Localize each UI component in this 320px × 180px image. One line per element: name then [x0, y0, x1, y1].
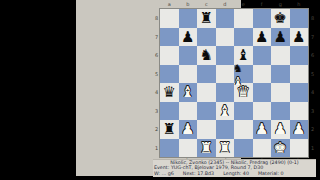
square-a3: [160, 102, 179, 121]
square-d3: ♝: [216, 102, 235, 121]
square-f7: ♟: [253, 28, 272, 47]
square-d7: [216, 28, 235, 47]
square-c6: ♞: [197, 46, 216, 65]
square-c7: [197, 28, 216, 47]
rank-labels-right: 87654321: [309, 9, 316, 157]
piece-black-rook: ♜: [163, 120, 176, 139]
file-labels-top: abcdefgh: [160, 1, 308, 8]
rank-label-3: 3: [309, 102, 316, 121]
file-label-f: f: [253, 1, 272, 8]
square-h1: [290, 139, 309, 158]
square-d1: ♜: [216, 139, 235, 158]
square-h8: [290, 9, 309, 28]
square-a2: ♜: [160, 120, 179, 139]
rank-label-7: 7: [153, 28, 160, 47]
piece-black-rook: ♜: [200, 9, 213, 28]
square-b2: ♟: [179, 120, 198, 139]
square-h2: ♟: [290, 120, 309, 139]
game-caption: Nikolic, Zvonko (2345) -- Nikolic, Predr…: [153, 159, 316, 177]
square-b1: [179, 139, 198, 158]
square-b5: [179, 65, 198, 84]
square-d5: [216, 65, 235, 84]
piece-white-bishop: ♝: [181, 83, 194, 102]
tray-piece-white-bishop: ♝: [233, 75, 247, 88]
material-label: Material: 0: [258, 171, 284, 176]
square-b3: [179, 102, 198, 121]
board-panel: abcdefgh abcdefgh 87654321 87654321 ♜♚♟♟…: [76, 0, 241, 176]
file-label-a: a: [160, 1, 179, 8]
square-d4: [216, 83, 235, 102]
rank-labels-left: 87654321: [153, 9, 160, 157]
square-h3: [290, 102, 309, 121]
material-tray: ♞♝: [233, 62, 247, 88]
tray-piece-black-knight: ♞: [233, 62, 247, 75]
square-g2: ♟: [271, 120, 290, 139]
piece-white-king: ♚: [274, 138, 287, 157]
rank-label-6: 6: [309, 46, 316, 65]
square-e8: [234, 9, 253, 28]
square-b7: ♟: [179, 28, 198, 47]
rank-label-4: 4: [309, 83, 316, 102]
piece-white-pawn: ♟: [181, 120, 194, 139]
length-label: Length: 40: [223, 171, 249, 176]
piece-black-king: ♚: [274, 9, 287, 28]
square-b4: ♝: [179, 83, 198, 102]
square-e3: [234, 102, 253, 121]
piece-black-pawn: ♟: [181, 27, 194, 46]
square-g4: [271, 83, 290, 102]
file-label-c: c: [197, 1, 216, 8]
rank-label-6: 6: [153, 46, 160, 65]
rank-label-4: 4: [153, 83, 160, 102]
rank-label-5: 5: [153, 65, 160, 84]
rank-label-5: 5: [309, 65, 316, 84]
square-g8: ♚: [271, 9, 290, 28]
file-label-h: h: [290, 1, 309, 8]
square-f8: [253, 9, 272, 28]
piece-white-pawn: ♟: [274, 120, 287, 139]
square-a6: [160, 46, 179, 65]
square-c8: ♜: [197, 9, 216, 28]
square-g7: ♟: [271, 28, 290, 47]
video-frame: abcdefgh abcdefgh 87654321 87654321 ♜♚♟♟…: [0, 0, 320, 180]
square-c4: [197, 83, 216, 102]
piece-black-pawn: ♟: [255, 27, 268, 46]
rank-label-2: 2: [153, 120, 160, 139]
status-line: W: ... g6 Next: 17.Bd3 Length: 40 Materi…: [153, 171, 316, 176]
square-g5: [271, 65, 290, 84]
square-c2: [197, 120, 216, 139]
square-f1: [253, 139, 272, 158]
rank-label-8: 8: [309, 9, 316, 28]
square-a1: [160, 139, 179, 158]
piece-black-queen: ♛: [163, 83, 176, 102]
next-move-label: Next: 17.Bd3: [183, 171, 214, 176]
piece-white-pawn: ♟: [292, 120, 305, 139]
square-a7: [160, 28, 179, 47]
rank-label-2: 2: [309, 120, 316, 139]
file-label-b: b: [179, 1, 198, 8]
piece-white-rook: ♜: [200, 138, 213, 157]
piece-white-pawn: ♟: [255, 120, 268, 139]
rank-label-1: 1: [309, 139, 316, 158]
square-e1: [234, 139, 253, 158]
square-g3: [271, 102, 290, 121]
piece-white-rook: ♜: [218, 138, 231, 157]
square-a5: [160, 65, 179, 84]
square-f4: [253, 83, 272, 102]
square-e7: [234, 28, 253, 47]
piece-white-bishop: ♝: [218, 101, 231, 120]
square-d6: [216, 46, 235, 65]
square-e2: [234, 120, 253, 139]
square-f3: [253, 102, 272, 121]
square-h5: [290, 65, 309, 84]
square-c3: [197, 102, 216, 121]
square-b6: [179, 46, 198, 65]
square-b8: [179, 9, 198, 28]
square-a4: ♛: [160, 83, 179, 102]
file-label-e: e: [234, 1, 253, 8]
square-d2: [216, 120, 235, 139]
square-a8: [160, 9, 179, 28]
square-g6: [271, 46, 290, 65]
square-f6: [253, 46, 272, 65]
rank-label-3: 3: [153, 102, 160, 121]
square-h4: [290, 83, 309, 102]
piece-black-pawn: ♟: [274, 27, 287, 46]
rank-label-1: 1: [153, 139, 160, 158]
last-move-label: W: ... g6: [154, 171, 174, 176]
file-label-g: g: [271, 1, 290, 8]
piece-black-knight: ♞: [200, 46, 213, 65]
square-d8: [216, 9, 235, 28]
square-h7: ♟: [290, 28, 309, 47]
rank-label-8: 8: [153, 9, 160, 28]
piece-black-pawn: ♟: [292, 27, 305, 46]
square-c1: ♜: [197, 139, 216, 158]
square-c5: [197, 65, 216, 84]
rank-label-7: 7: [309, 28, 316, 47]
square-f5: [253, 65, 272, 84]
file-label-d: d: [216, 1, 235, 8]
square-h6: [290, 46, 309, 65]
square-g1: ♚: [271, 139, 290, 158]
square-f2: ♟: [253, 120, 272, 139]
